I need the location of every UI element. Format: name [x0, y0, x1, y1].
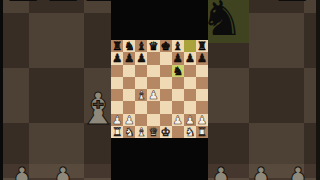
square-h4[interactable] — [196, 89, 208, 101]
square-c4[interactable]: ♝ — [135, 89, 147, 101]
square-h5[interactable] — [196, 77, 208, 89]
white-queen-d1[interactable]: ♛ — [148, 126, 158, 138]
square-b1[interactable]: ♞ — [123, 126, 135, 138]
white-pawn-g2[interactable]: ♟ — [185, 114, 195, 126]
square-g3[interactable] — [184, 101, 196, 113]
black-pawn-f7[interactable]: ♟ — [173, 52, 183, 64]
white-pawn-f2[interactable]: ♟ — [173, 114, 183, 126]
square-a4[interactable] — [111, 89, 123, 101]
square-f5[interactable] — [172, 77, 184, 89]
square-d4[interactable]: ♟ — [147, 89, 159, 101]
white-rook-h1[interactable]: ♜ — [197, 126, 207, 138]
square-e6[interactable] — [160, 65, 172, 77]
square-c1[interactable]: ♝ — [135, 126, 147, 138]
black-queen-d8[interactable]: ♛ — [148, 40, 158, 52]
white-bishop-c1[interactable]: ♝ — [136, 126, 146, 138]
white-bishop-c4[interactable]: ♝ — [136, 89, 146, 101]
square-c7[interactable]: ♟ — [135, 52, 147, 64]
left-edge-bar — [0, 0, 3, 180]
black-pawn-c7[interactable]: ♟ — [136, 52, 146, 64]
square-d1[interactable]: ♛ — [147, 126, 159, 138]
square-f2[interactable]: ♟ — [172, 114, 184, 126]
square-f6[interactable]: ♞ — [172, 65, 184, 77]
square-d3[interactable] — [147, 101, 159, 113]
square-e4[interactable] — [160, 89, 172, 101]
black-pawn-h7[interactable]: ♟ — [197, 52, 207, 64]
square-e8[interactable]: ♚ — [160, 40, 172, 52]
square-a3[interactable] — [111, 101, 123, 113]
white-knight-g1[interactable]: ♞ — [185, 126, 195, 138]
square-b3[interactable] — [123, 101, 135, 113]
white-pawn-h2[interactable]: ♟ — [197, 114, 207, 126]
white-pawn-a2[interactable]: ♟ — [112, 114, 122, 126]
square-a2[interactable]: ♟ — [111, 114, 123, 126]
square-e7[interactable] — [160, 52, 172, 64]
video-frame: ♟♟♟♟♟♞♝♟♟♟♟♟ ♜♞♝♛♚♝♜♟♟♟♟♟♟♞♝♟♟♟♟♟♟♜♞♝♛♚♞… — [0, 0, 320, 180]
square-h1[interactable]: ♜ — [196, 126, 208, 138]
square-b2[interactable]: ♟ — [123, 114, 135, 126]
square-b5[interactable] — [123, 77, 135, 89]
square-e2[interactable] — [160, 114, 172, 126]
square-e1[interactable]: ♚ — [160, 126, 172, 138]
square-h3[interactable] — [196, 101, 208, 113]
video-strip: ♜♞♝♛♚♝♜♟♟♟♟♟♟♞♝♟♟♟♟♟♟♜♞♝♛♚♞♜ — [111, 0, 208, 180]
black-king-e8[interactable]: ♚ — [160, 40, 170, 52]
black-knight-f6[interactable]: ♞ — [173, 65, 183, 77]
black-pawn-a7[interactable]: ♟ — [112, 52, 122, 64]
white-pawn-d4[interactable]: ♟ — [148, 89, 158, 101]
square-e3[interactable] — [160, 101, 172, 113]
square-h7[interactable]: ♟ — [196, 52, 208, 64]
square-e5[interactable] — [160, 77, 172, 89]
square-a5[interactable] — [111, 77, 123, 89]
black-knight-b8[interactable]: ♞ — [124, 40, 134, 52]
white-rook-a1[interactable]: ♜ — [112, 126, 122, 138]
square-c2[interactable] — [135, 114, 147, 126]
white-pawn-b2[interactable]: ♟ — [124, 114, 134, 126]
square-g4[interactable] — [184, 89, 196, 101]
square-c3[interactable] — [135, 101, 147, 113]
square-g2[interactable]: ♟ — [184, 114, 196, 126]
square-b6[interactable] — [123, 65, 135, 77]
black-pawn-b7[interactable]: ♟ — [124, 52, 134, 64]
white-knight-b1[interactable]: ♞ — [124, 126, 134, 138]
square-g7[interactable]: ♟ — [184, 52, 196, 64]
square-b4[interactable] — [123, 89, 135, 101]
square-a6[interactable] — [111, 65, 123, 77]
black-rook-a8[interactable]: ♜ — [112, 40, 122, 52]
square-f1[interactable] — [172, 126, 184, 138]
black-rook-h8[interactable]: ♜ — [197, 40, 207, 52]
square-h6[interactable] — [196, 65, 208, 77]
white-king-e1[interactable]: ♚ — [160, 126, 170, 138]
square-d7[interactable] — [147, 52, 159, 64]
square-g6[interactable] — [184, 65, 196, 77]
square-d8[interactable]: ♛ — [147, 40, 159, 52]
chess-board[interactable]: ♜♞♝♛♚♝♜♟♟♟♟♟♟♞♝♟♟♟♟♟♟♜♞♝♛♚♞♜ — [111, 40, 208, 138]
square-f7[interactable]: ♟ — [172, 52, 184, 64]
square-a7[interactable]: ♟ — [111, 52, 123, 64]
square-b7[interactable]: ♟ — [123, 52, 135, 64]
square-f3[interactable] — [172, 101, 184, 113]
square-a1[interactable]: ♜ — [111, 126, 123, 138]
square-d6[interactable] — [147, 65, 159, 77]
black-pawn-g7[interactable]: ♟ — [185, 52, 195, 64]
square-c6[interactable] — [135, 65, 147, 77]
square-g1[interactable]: ♞ — [184, 126, 196, 138]
square-g5[interactable] — [184, 77, 196, 89]
black-bishop-f8[interactable]: ♝ — [173, 40, 183, 52]
black-bishop-c8[interactable]: ♝ — [136, 40, 146, 52]
square-d2[interactable] — [147, 114, 159, 126]
right-edge-bar — [316, 0, 320, 180]
square-h2[interactable]: ♟ — [196, 114, 208, 126]
square-f4[interactable] — [172, 89, 184, 101]
